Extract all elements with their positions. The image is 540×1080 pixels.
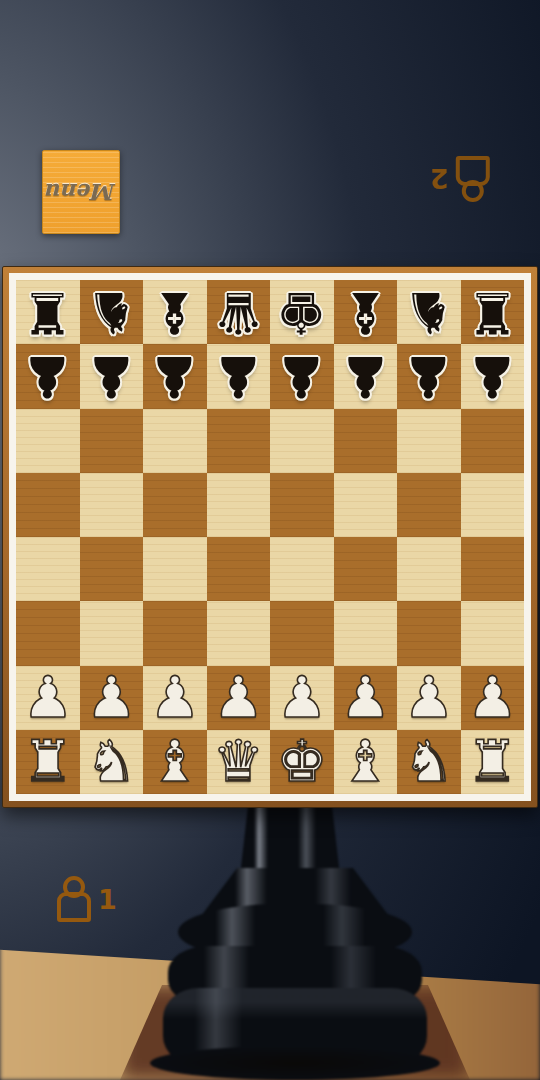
square-d3[interactable]	[207, 601, 271, 665]
square-h5[interactable]	[461, 473, 525, 537]
white-pawn: ♟	[340, 669, 391, 726]
king-photo-shadow	[150, 1046, 440, 1080]
square-b3[interactable]	[80, 601, 144, 665]
square-a7[interactable]: ♟	[16, 344, 80, 408]
black-pawn: ♟	[340, 348, 391, 405]
white-knight: ♞	[86, 733, 137, 790]
white-pawn: ♟	[276, 669, 327, 726]
player-1-indicator: 1	[56, 876, 117, 922]
square-e5[interactable]	[270, 473, 334, 537]
white-queen: ♛	[213, 733, 264, 790]
black-rook: ♜	[22, 284, 73, 341]
player-2-indicator: 2	[430, 156, 491, 202]
square-e2[interactable]: ♟	[270, 666, 334, 730]
square-f3[interactable]	[334, 601, 398, 665]
white-pawn: ♟	[213, 669, 264, 726]
square-d8[interactable]: ♛	[207, 280, 271, 344]
game-screen: Menu 2 ♜♞♝♛♚♝♞♜♟♟♟♟♟♟♟♟♟♟♟♟♟♟♟♟♜♞♝♛♚♝♞♜ …	[0, 0, 540, 1080]
white-pawn: ♟	[149, 669, 200, 726]
player-1-number: 1	[98, 886, 117, 913]
square-b1[interactable]: ♞	[80, 730, 144, 794]
square-g5[interactable]	[397, 473, 461, 537]
square-d7[interactable]: ♟	[207, 344, 271, 408]
black-bishop: ♝	[340, 284, 391, 341]
square-f4[interactable]	[334, 537, 398, 601]
square-g6[interactable]	[397, 409, 461, 473]
board-inner-border: ♜♞♝♛♚♝♞♜♟♟♟♟♟♟♟♟♟♟♟♟♟♟♟♟♜♞♝♛♚♝♞♜	[9, 273, 531, 801]
white-pawn: ♟	[22, 669, 73, 726]
square-f1[interactable]: ♝	[334, 730, 398, 794]
white-bishop: ♝	[149, 733, 200, 790]
square-g3[interactable]	[397, 601, 461, 665]
black-pawn: ♟	[149, 348, 200, 405]
menu-label: Menu	[46, 179, 116, 205]
square-c2[interactable]: ♟	[143, 666, 207, 730]
black-bishop: ♝	[149, 284, 200, 341]
person-icon-torso	[57, 892, 91, 922]
square-f8[interactable]: ♝	[334, 280, 398, 344]
square-h1[interactable]: ♜	[461, 730, 525, 794]
board-grid: ♜♞♝♛♚♝♞♜♟♟♟♟♟♟♟♟♟♟♟♟♟♟♟♟♜♞♝♛♚♝♞♜	[16, 280, 524, 794]
black-king: ♚	[276, 284, 327, 341]
menu-button[interactable]: Menu	[42, 150, 120, 234]
square-c8[interactable]: ♝	[143, 280, 207, 344]
square-d4[interactable]	[207, 537, 271, 601]
white-knight: ♞	[403, 733, 454, 790]
white-king: ♚	[276, 733, 327, 790]
square-h8[interactable]: ♜	[461, 280, 525, 344]
square-h2[interactable]: ♟	[461, 666, 525, 730]
square-a3[interactable]	[16, 601, 80, 665]
square-c3[interactable]	[143, 601, 207, 665]
white-rook: ♜	[467, 733, 518, 790]
square-g8[interactable]: ♞	[397, 280, 461, 344]
square-a2[interactable]: ♟	[16, 666, 80, 730]
square-e4[interactable]	[270, 537, 334, 601]
square-b8[interactable]: ♞	[80, 280, 144, 344]
white-bishop: ♝	[340, 733, 391, 790]
square-a8[interactable]: ♜	[16, 280, 80, 344]
chess-king-photo	[0, 806, 540, 1080]
square-g2[interactable]: ♟	[397, 666, 461, 730]
black-pawn: ♟	[22, 348, 73, 405]
square-c7[interactable]: ♟	[143, 344, 207, 408]
square-a4[interactable]	[16, 537, 80, 601]
square-d5[interactable]	[207, 473, 271, 537]
black-pawn: ♟	[86, 348, 137, 405]
square-b6[interactable]	[80, 409, 144, 473]
square-f7[interactable]: ♟	[334, 344, 398, 408]
square-a5[interactable]	[16, 473, 80, 537]
square-b4[interactable]	[80, 537, 144, 601]
black-knight: ♞	[86, 284, 137, 341]
square-h4[interactable]	[461, 537, 525, 601]
black-knight: ♞	[403, 284, 454, 341]
square-c1[interactable]: ♝	[143, 730, 207, 794]
square-b2[interactable]: ♟	[80, 666, 144, 730]
black-pawn: ♟	[403, 348, 454, 405]
white-rook: ♜	[22, 733, 73, 790]
square-h6[interactable]	[461, 409, 525, 473]
square-b5[interactable]	[80, 473, 144, 537]
player-2-person-icon	[455, 156, 491, 202]
king-photo-stem	[240, 806, 340, 876]
black-pawn: ♟	[276, 348, 327, 405]
black-pawn: ♟	[467, 348, 518, 405]
square-e1[interactable]: ♚	[270, 730, 334, 794]
square-h7[interactable]: ♟	[461, 344, 525, 408]
square-f2[interactable]: ♟	[334, 666, 398, 730]
square-e8[interactable]: ♚	[270, 280, 334, 344]
square-d2[interactable]: ♟	[207, 666, 271, 730]
white-pawn: ♟	[86, 669, 137, 726]
square-e7[interactable]: ♟	[270, 344, 334, 408]
square-f6[interactable]	[334, 409, 398, 473]
square-f5[interactable]	[334, 473, 398, 537]
chess-board: ♜♞♝♛♚♝♞♜♟♟♟♟♟♟♟♟♟♟♟♟♟♟♟♟♜♞♝♛♚♝♞♜	[2, 266, 538, 808]
square-c6[interactable]	[143, 409, 207, 473]
black-rook: ♜	[467, 284, 518, 341]
square-b7[interactable]: ♟	[80, 344, 144, 408]
square-g4[interactable]	[397, 537, 461, 601]
square-g1[interactable]: ♞	[397, 730, 461, 794]
square-e3[interactable]	[270, 601, 334, 665]
square-g7[interactable]: ♟	[397, 344, 461, 408]
black-queen: ♛	[213, 284, 264, 341]
black-pawn: ♟	[213, 348, 264, 405]
player-2-number: 2	[430, 166, 449, 193]
square-c4[interactable]	[143, 537, 207, 601]
square-a6[interactable]	[16, 409, 80, 473]
player-1-person-icon	[56, 876, 92, 922]
white-pawn: ♟	[467, 669, 518, 726]
square-c5[interactable]	[143, 473, 207, 537]
person-icon-torso	[456, 156, 490, 186]
square-a1[interactable]: ♜	[16, 730, 80, 794]
square-d1[interactable]: ♛	[207, 730, 271, 794]
square-e6[interactable]	[270, 409, 334, 473]
square-d6[interactable]	[207, 409, 271, 473]
square-h3[interactable]	[461, 601, 525, 665]
white-pawn: ♟	[403, 669, 454, 726]
